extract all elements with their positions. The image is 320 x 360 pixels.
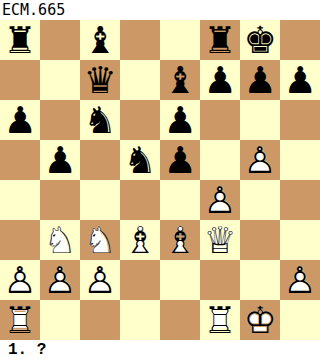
white-pawn[interactable]: ♟♙	[280, 260, 320, 300]
square-b8[interactable]	[40, 20, 80, 60]
square-d3[interactable]: ♝♗	[120, 220, 160, 260]
black-pawn[interactable]: ♟	[200, 60, 240, 100]
piece-outline: ♘	[40, 220, 80, 260]
square-f4[interactable]: ♟♙	[200, 180, 240, 220]
piece-glyph: ♛	[80, 60, 120, 100]
square-a8[interactable]: ♜	[0, 20, 40, 60]
square-e5[interactable]: ♟	[160, 140, 200, 180]
piece-glyph: ♝	[160, 60, 200, 100]
square-d5[interactable]: ♞	[120, 140, 160, 180]
black-king[interactable]: ♚	[240, 20, 280, 60]
piece-glyph: ♟	[240, 60, 280, 100]
white-bishop[interactable]: ♝♗	[160, 220, 200, 260]
square-f2[interactable]	[200, 260, 240, 300]
black-knight[interactable]: ♞	[120, 140, 160, 180]
piece-outline: ♙	[240, 140, 280, 180]
square-e7[interactable]: ♝	[160, 60, 200, 100]
square-a6[interactable]: ♟	[0, 100, 40, 140]
square-a3[interactable]	[0, 220, 40, 260]
title-bar: ECM.665	[0, 0, 320, 20]
square-d1[interactable]	[120, 300, 160, 340]
square-c3[interactable]: ♞♘	[80, 220, 120, 260]
piece-outline: ♔	[240, 300, 280, 340]
square-f7[interactable]: ♟	[200, 60, 240, 100]
square-b7[interactable]	[40, 60, 80, 100]
square-c6[interactable]: ♞	[80, 100, 120, 140]
piece-glyph: ♜	[0, 20, 40, 60]
square-c5[interactable]	[80, 140, 120, 180]
piece-outline: ♗	[160, 220, 200, 260]
square-f6[interactable]	[200, 100, 240, 140]
square-c2[interactable]: ♟♙	[80, 260, 120, 300]
black-pawn[interactable]: ♟	[40, 140, 80, 180]
piece-outline: ♖	[0, 300, 40, 340]
black-rook[interactable]: ♜	[0, 20, 40, 60]
piece-outline: ♙	[280, 260, 320, 300]
square-h2[interactable]: ♟♙	[280, 260, 320, 300]
square-b2[interactable]: ♟♙	[40, 260, 80, 300]
square-e1[interactable]	[160, 300, 200, 340]
square-a5[interactable]	[0, 140, 40, 180]
caption-bar: 1. ?	[0, 340, 320, 360]
square-f3[interactable]: ♛♕	[200, 220, 240, 260]
black-queen[interactable]: ♛	[80, 60, 120, 100]
piece-outline: ♙	[40, 260, 80, 300]
piece-outline: ♙	[0, 260, 40, 300]
move-prompt: 1. ?	[0, 340, 46, 360]
piece-glyph: ♟	[160, 140, 200, 180]
white-knight[interactable]: ♞♘	[40, 220, 80, 260]
piece-outline: ♕	[200, 220, 240, 260]
piece-glyph: ♞	[80, 100, 120, 140]
white-pawn[interactable]: ♟♙	[200, 180, 240, 220]
square-e3[interactable]: ♝♗	[160, 220, 200, 260]
square-h1[interactable]	[280, 300, 320, 340]
square-d7[interactable]	[120, 60, 160, 100]
white-bishop[interactable]: ♝♗	[120, 220, 160, 260]
white-knight[interactable]: ♞♘	[80, 220, 120, 260]
square-f8[interactable]: ♜	[200, 20, 240, 60]
piece-glyph: ♟	[40, 140, 80, 180]
white-pawn[interactable]: ♟♙	[80, 260, 120, 300]
black-rook[interactable]: ♜	[200, 20, 240, 60]
square-b4[interactable]	[40, 180, 80, 220]
square-e6[interactable]: ♟	[160, 100, 200, 140]
square-d8[interactable]	[120, 20, 160, 60]
white-king[interactable]: ♚♔	[240, 300, 280, 340]
square-g5[interactable]: ♟♙	[240, 140, 280, 180]
square-g1[interactable]: ♚♔	[240, 300, 280, 340]
square-c4[interactable]	[80, 180, 120, 220]
square-h5[interactable]	[280, 140, 320, 180]
piece-glyph: ♟	[280, 60, 320, 100]
square-g7[interactable]: ♟	[240, 60, 280, 100]
square-b3[interactable]: ♞♘	[40, 220, 80, 260]
piece-glyph: ♚	[240, 20, 280, 60]
square-a7[interactable]	[0, 60, 40, 100]
square-a1[interactable]: ♜♖	[0, 300, 40, 340]
piece-glyph: ♟	[200, 60, 240, 100]
black-knight[interactable]: ♞	[80, 100, 120, 140]
square-b5[interactable]: ♟	[40, 140, 80, 180]
white-rook[interactable]: ♜♖	[200, 300, 240, 340]
square-g2[interactable]	[240, 260, 280, 300]
square-g4[interactable]	[240, 180, 280, 220]
white-pawn[interactable]: ♟♙	[40, 260, 80, 300]
white-rook[interactable]: ♜♖	[0, 300, 40, 340]
black-bishop[interactable]: ♝	[160, 60, 200, 100]
square-b1[interactable]	[40, 300, 80, 340]
square-h8[interactable]	[280, 20, 320, 60]
white-pawn[interactable]: ♟♙	[0, 260, 40, 300]
square-h4[interactable]	[280, 180, 320, 220]
square-c1[interactable]	[80, 300, 120, 340]
black-pawn[interactable]: ♟	[0, 100, 40, 140]
square-c8[interactable]: ♝	[80, 20, 120, 60]
piece-outline: ♙	[80, 260, 120, 300]
white-queen[interactable]: ♛♕	[200, 220, 240, 260]
piece-glyph: ♞	[120, 140, 160, 180]
piece-outline: ♖	[200, 300, 240, 340]
black-pawn[interactable]: ♟	[280, 60, 320, 100]
square-e8[interactable]	[160, 20, 200, 60]
black-pawn[interactable]: ♟	[160, 140, 200, 180]
piece-glyph: ♝	[80, 20, 120, 60]
square-d4[interactable]	[120, 180, 160, 220]
piece-glyph: ♟	[0, 100, 40, 140]
black-pawn[interactable]: ♟	[240, 60, 280, 100]
square-h6[interactable]	[280, 100, 320, 140]
square-g6[interactable]	[240, 100, 280, 140]
chess-board: ♜♝♜♚♛♝♟♟♟♟♞♟♟♞♟♟♙♟♙♞♘♞♘♝♗♝♗♛♕♟♙♟♙♟♙♟♙♜♖♜…	[0, 20, 320, 340]
square-h3[interactable]	[280, 220, 320, 260]
white-pawn[interactable]: ♟♙	[240, 140, 280, 180]
square-g8[interactable]: ♚	[240, 20, 280, 60]
black-bishop[interactable]: ♝	[80, 20, 120, 60]
piece-glyph: ♜	[200, 20, 240, 60]
square-g3[interactable]	[240, 220, 280, 260]
piece-outline: ♗	[120, 220, 160, 260]
square-d6[interactable]	[120, 100, 160, 140]
piece-outline: ♙	[200, 180, 240, 220]
square-a2[interactable]: ♟♙	[0, 260, 40, 300]
square-h7[interactable]: ♟	[280, 60, 320, 100]
square-f5[interactable]	[200, 140, 240, 180]
square-c7[interactable]: ♛	[80, 60, 120, 100]
square-a4[interactable]	[0, 180, 40, 220]
square-e2[interactable]	[160, 260, 200, 300]
square-b6[interactable]	[40, 100, 80, 140]
square-d2[interactable]	[120, 260, 160, 300]
piece-outline: ♘	[80, 220, 120, 260]
black-pawn[interactable]: ♟	[160, 100, 200, 140]
piece-glyph: ♟	[160, 100, 200, 140]
square-f1[interactable]: ♜♖	[200, 300, 240, 340]
puzzle-title: ECM.665	[0, 0, 65, 20]
square-e4[interactable]	[160, 180, 200, 220]
